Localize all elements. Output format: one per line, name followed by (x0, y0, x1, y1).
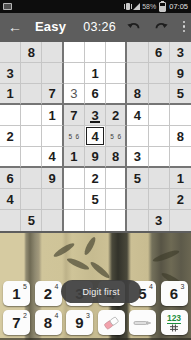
sudoku-cell-r4c5[interactable]: 3 (85, 105, 106, 126)
sudoku-cell-r4c6[interactable]: 2 (106, 105, 127, 126)
sudoku-cell-r4c8[interactable] (149, 105, 170, 126)
sudoku-cell-r7c3[interactable]: 9 (42, 168, 63, 189)
digit-mode-button[interactable]: 123 (161, 310, 188, 335)
sudoku-cell-r4c7[interactable]: 4 (127, 105, 148, 126)
sudoku-cell-r1c9[interactable]: 3 (170, 42, 191, 63)
sudoku-cell-r6c4[interactable]: 1 (64, 147, 85, 168)
sudoku-cell-r8c4[interactable] (64, 189, 85, 210)
sudoku-cell-r9c1[interactable] (0, 210, 21, 231)
pencil-marks: 56 (68, 133, 79, 140)
sudoku-cell-r8c1[interactable]: 4 (0, 189, 21, 210)
sudoku-cell-r7c1[interactable]: 6 (0, 168, 21, 189)
sudoku-cell-r3c6[interactable] (106, 84, 127, 105)
sudoku-cell-r3c2[interactable] (21, 84, 42, 105)
back-icon[interactable]: ← (8, 20, 22, 34)
sudoku-cell-r4c2[interactable] (21, 105, 42, 126)
sudoku-cell-r5c8[interactable] (149, 126, 170, 147)
phone-screen: 58% 07:05 ← Easy 03:26 86331917368517324… (0, 0, 191, 340)
sudoku-cell-r5c4[interactable]: 56 (64, 126, 85, 147)
toolbar: ← Easy 03:26 (0, 13, 191, 40)
status-bar: 58% 07:05 (0, 0, 191, 13)
sudoku-cell-r4c9[interactable] (170, 105, 191, 126)
sudoku-cell-r2c3[interactable] (42, 63, 63, 84)
sudoku-cell-r5c9[interactable]: 8 (170, 126, 191, 147)
sudoku-cell-r7c2[interactable] (21, 168, 42, 189)
sudoku-cell-r1c3[interactable] (42, 42, 63, 63)
digit-key-1[interactable]: 15 (3, 281, 30, 306)
sudoku-cell-r2c5[interactable]: 1 (85, 63, 106, 84)
battery-percent: 58% (142, 3, 156, 10)
sudoku-cell-r9c5[interactable] (85, 210, 106, 231)
sudoku-cell-r7c8[interactable] (149, 168, 170, 189)
sudoku-cell-r7c6[interactable] (106, 168, 127, 189)
undo-icon[interactable] (127, 21, 141, 32)
digit-key-7[interactable]: 72 (3, 310, 30, 335)
mode-123-label: 123 (167, 314, 181, 324)
sudoku-cell-r3c4[interactable]: 3 (64, 84, 85, 105)
sudoku-cell-r2c9[interactable]: 9 (170, 63, 191, 84)
sudoku-cell-r6c8[interactable] (149, 147, 170, 168)
sudoku-board[interactable]: 863319173685173242564568419836925145253 (0, 40, 191, 233)
sudoku-cell-r3c8[interactable] (149, 84, 170, 105)
sudoku-cell-r8c3[interactable] (42, 189, 63, 210)
digit-key-8[interactable]: 84 (35, 310, 62, 335)
sudoku-cell-r8c9[interactable]: 2 (170, 189, 191, 210)
signal-icon (133, 3, 140, 10)
clock: 07:05 (169, 2, 188, 11)
sudoku-cell-r2c1[interactable]: 3 (0, 63, 21, 84)
remaining-count: 4 (55, 312, 59, 319)
sudoku-cell-r9c8[interactable]: 3 (149, 210, 170, 231)
sudoku-cell-r8c6[interactable] (106, 189, 127, 210)
sudoku-cell-r5c2[interactable] (21, 126, 42, 147)
sudoku-cell-r8c5[interactable]: 5 (85, 189, 106, 210)
sudoku-cell-r2c6[interactable] (106, 63, 127, 84)
sudoku-cell-r4c4[interactable]: 7 (64, 105, 85, 126)
sudoku-cell-r6c1[interactable] (0, 147, 21, 168)
pencil-marks: 56 (110, 133, 121, 140)
sudoku-cell-r6c9[interactable] (170, 147, 191, 168)
sudoku-cell-r6c2[interactable] (21, 147, 42, 168)
sudoku-cell-r4c3[interactable]: 1 (42, 105, 63, 126)
sudoku-cell-r5c6[interactable]: 56 (106, 126, 127, 147)
sudoku-cell-r3c1[interactable]: 1 (0, 84, 21, 105)
sudoku-cell-r9c9[interactable] (170, 210, 191, 231)
sudoku-cell-r7c7[interactable]: 5 (127, 168, 148, 189)
sudoku-cell-r6c3[interactable]: 4 (42, 147, 63, 168)
sudoku-cell-r9c6[interactable] (106, 210, 127, 231)
sudoku-cell-r3c9[interactable]: 5 (170, 84, 191, 105)
sudoku-cell-r3c5[interactable]: 6 (85, 84, 106, 105)
sudoku-cell-r6c5[interactable]: 9 (85, 147, 106, 168)
eraser-button[interactable] (98, 310, 125, 335)
sudoku-cell-r2c8[interactable] (149, 63, 170, 84)
sudoku-cell-r5c5[interactable]: 4 (85, 126, 106, 147)
sudoku-cell-r1c5[interactable] (85, 42, 106, 63)
remaining-count: 4 (55, 283, 59, 290)
digit-key-9[interactable]: 93 (66, 310, 93, 335)
sudoku-cell-r2c7[interactable] (127, 63, 148, 84)
digit-key-6[interactable]: 63 (161, 281, 188, 306)
sudoku-cell-r5c7[interactable] (127, 126, 148, 147)
remaining-count: 4 (149, 283, 153, 290)
sudoku-cell-r2c2[interactable] (21, 63, 42, 84)
sudoku-cell-r1c2[interactable]: 8 (21, 42, 42, 63)
sudoku-cell-r7c9[interactable]: 1 (170, 168, 191, 189)
sudoku-cell-r3c7[interactable]: 8 (127, 84, 148, 105)
sudoku-cell-r5c1[interactable]: 2 (0, 126, 21, 147)
remaining-count: 3 (86, 312, 90, 319)
sudoku-cell-r1c6[interactable] (106, 42, 127, 63)
remaining-count: 3 (181, 283, 185, 290)
sudoku-cell-r8c8[interactable] (149, 189, 170, 210)
eraser-icon (103, 316, 120, 330)
pencil-button[interactable] (129, 310, 156, 335)
difficulty-title: Easy (35, 19, 66, 34)
sudoku-cell-r9c3[interactable] (42, 210, 63, 231)
sudoku-cell-r4c1[interactable] (0, 105, 21, 126)
sudoku-cell-r2c4[interactable] (64, 63, 85, 84)
sudoku-cell-r6c6[interactable]: 8 (106, 147, 127, 168)
grid-mode-icon (169, 324, 179, 332)
sudoku-cell-r9c7[interactable] (127, 210, 148, 231)
sudoku-cell-r3c3[interactable]: 7 (42, 84, 63, 105)
sudoku-cell-r1c7[interactable] (127, 42, 148, 63)
battery-icon (159, 2, 166, 12)
sudoku-cell-r5c3[interactable] (42, 126, 63, 147)
sudoku-cell-r8c7[interactable] (127, 189, 148, 210)
sudoku-cell-r6c7[interactable]: 3 (127, 147, 148, 168)
redo-icon[interactable] (154, 21, 168, 32)
sudoku-cell-r7c4[interactable] (64, 168, 85, 189)
sudoku-cell-r7c5[interactable]: 2 (85, 168, 106, 189)
toast-message: Digit first (61, 280, 141, 303)
game-timer: 03:26 (83, 20, 116, 34)
remaining-count: 5 (23, 283, 27, 290)
sudoku-cell-r9c2[interactable]: 5 (21, 210, 42, 231)
sudoku-cell-r1c1[interactable] (0, 42, 21, 63)
vibrate-icon (126, 3, 130, 10)
sudoku-cell-r9c4[interactable] (64, 210, 85, 231)
pencil-icon (133, 319, 152, 327)
overflow-menu-icon[interactable] (183, 21, 186, 33)
sudoku-cell-r8c2[interactable] (21, 189, 42, 210)
digit-key-2[interactable]: 24 (35, 281, 62, 306)
sudoku-cell-r1c4[interactable] (64, 42, 85, 63)
remaining-count: 2 (23, 312, 27, 319)
screenshot-notification-icon (3, 3, 12, 10)
sudoku-cell-r1c8[interactable]: 6 (149, 42, 170, 63)
